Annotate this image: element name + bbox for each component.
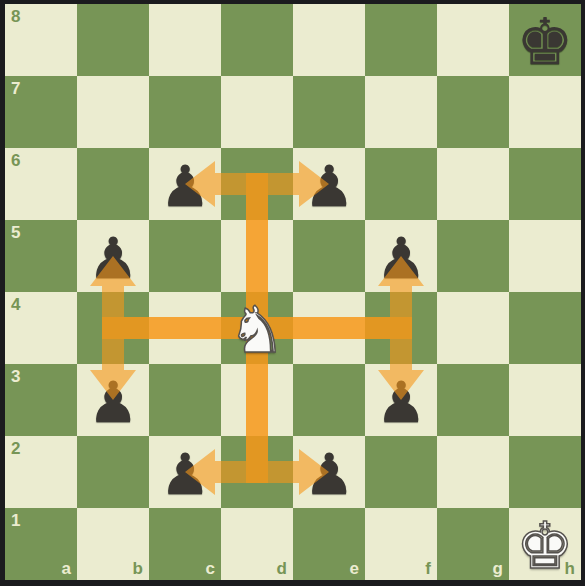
- black-pawn-b5[interactable]: ♟: [77, 220, 149, 292]
- square-b1[interactable]: b: [77, 508, 149, 580]
- square-g2[interactable]: [437, 436, 509, 508]
- square-b8[interactable]: [77, 4, 149, 76]
- black-pawn-e6[interactable]: ♟: [293, 148, 365, 220]
- file-label-e: e: [350, 560, 359, 577]
- square-b7[interactable]: [77, 76, 149, 148]
- square-c8[interactable]: [149, 4, 221, 76]
- square-a1[interactable]: 1a: [5, 508, 77, 580]
- rank-label-1: 1: [11, 512, 20, 529]
- square-h4[interactable]: [509, 292, 581, 364]
- square-a2[interactable]: 2: [5, 436, 77, 508]
- square-b4[interactable]: [77, 292, 149, 364]
- square-a6[interactable]: 6: [5, 148, 77, 220]
- square-e3[interactable]: [293, 364, 365, 436]
- rank-label-8: 8: [11, 8, 20, 25]
- square-a4[interactable]: 4: [5, 292, 77, 364]
- square-d8[interactable]: [221, 4, 293, 76]
- chess-board-frame: 87654321abcdefgh♚♟♟♟♟♞♟♟♟♟♚: [0, 0, 585, 586]
- file-label-f: f: [425, 560, 431, 577]
- rank-label-4: 4: [11, 296, 20, 313]
- square-d3[interactable]: [221, 364, 293, 436]
- square-f2[interactable]: [365, 436, 437, 508]
- rank-label-5: 5: [11, 224, 20, 241]
- square-f6[interactable]: [365, 148, 437, 220]
- square-d7[interactable]: [221, 76, 293, 148]
- rank-label-6: 6: [11, 152, 20, 169]
- rank-label-3: 3: [11, 368, 20, 385]
- file-label-a: a: [62, 560, 71, 577]
- square-b2[interactable]: [77, 436, 149, 508]
- square-c4[interactable]: [149, 292, 221, 364]
- black-pawn-c6[interactable]: ♟: [149, 148, 221, 220]
- square-g4[interactable]: [437, 292, 509, 364]
- square-g8[interactable]: [437, 4, 509, 76]
- square-g5[interactable]: [437, 220, 509, 292]
- square-d5[interactable]: [221, 220, 293, 292]
- black-pawn-c2[interactable]: ♟: [149, 436, 221, 508]
- square-f1[interactable]: f: [365, 508, 437, 580]
- square-c1[interactable]: c: [149, 508, 221, 580]
- file-label-c: c: [206, 560, 215, 577]
- square-b6[interactable]: [77, 148, 149, 220]
- black-pawn-b3[interactable]: ♟: [77, 364, 149, 436]
- square-h5[interactable]: [509, 220, 581, 292]
- file-label-d: d: [277, 560, 287, 577]
- file-label-b: b: [133, 560, 143, 577]
- file-label-g: g: [493, 560, 503, 577]
- black-pawn-e2[interactable]: ♟: [293, 436, 365, 508]
- square-c3[interactable]: [149, 364, 221, 436]
- square-d1[interactable]: d: [221, 508, 293, 580]
- square-e7[interactable]: [293, 76, 365, 148]
- square-g3[interactable]: [437, 364, 509, 436]
- square-d6[interactable]: [221, 148, 293, 220]
- square-a5[interactable]: 5: [5, 220, 77, 292]
- black-pawn-f5[interactable]: ♟: [365, 220, 437, 292]
- square-a7[interactable]: 7: [5, 76, 77, 148]
- square-h6[interactable]: [509, 148, 581, 220]
- square-e1[interactable]: e: [293, 508, 365, 580]
- square-g1[interactable]: g: [437, 508, 509, 580]
- white-king-h1[interactable]: ♚: [509, 508, 581, 580]
- square-e5[interactable]: [293, 220, 365, 292]
- black-king-h8[interactable]: ♚: [509, 4, 581, 76]
- square-f7[interactable]: [365, 76, 437, 148]
- white-knight-d4[interactable]: ♞: [221, 292, 293, 364]
- square-g6[interactable]: [437, 148, 509, 220]
- rank-label-7: 7: [11, 80, 20, 97]
- square-f4[interactable]: [365, 292, 437, 364]
- square-h7[interactable]: [509, 76, 581, 148]
- black-pawn-f3[interactable]: ♟: [365, 364, 437, 436]
- square-c7[interactable]: [149, 76, 221, 148]
- square-a3[interactable]: 3: [5, 364, 77, 436]
- square-d2[interactable]: [221, 436, 293, 508]
- square-e4[interactable]: [293, 292, 365, 364]
- square-g7[interactable]: [437, 76, 509, 148]
- square-h3[interactable]: [509, 364, 581, 436]
- square-a8[interactable]: 8: [5, 4, 77, 76]
- square-e8[interactable]: [293, 4, 365, 76]
- board: 87654321abcdefgh♚♟♟♟♟♞♟♟♟♟♚: [5, 4, 581, 580]
- rank-label-2: 2: [11, 440, 20, 457]
- square-h2[interactable]: [509, 436, 581, 508]
- square-c5[interactable]: [149, 220, 221, 292]
- square-f8[interactable]: [365, 4, 437, 76]
